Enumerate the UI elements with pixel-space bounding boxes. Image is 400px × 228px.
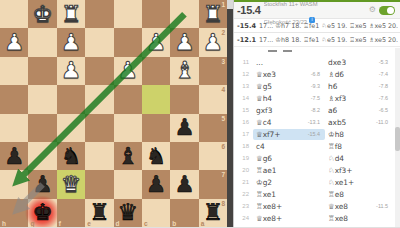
black-knight[interactable]: ♞: [142, 142, 170, 170]
black-move-17[interactable]: ♔h8: [325, 129, 393, 140]
move-list[interactable]: 11...dxe3-5.312♕xe3-6.8♗d6-7.413♕g5-9.3h…: [234, 56, 400, 227]
square-a5[interactable]: 5: [199, 114, 227, 142]
move-eval: -7.4: [379, 71, 388, 77]
move-row-14: 14♕h4-7.5♗xf3-7.6: [234, 92, 400, 104]
square-g2[interactable]: [28, 28, 56, 56]
square-c6[interactable]: ♞: [142, 142, 170, 170]
move-text: c4: [256, 142, 265, 151]
square-c5[interactable]: [142, 114, 170, 142]
black-knight[interactable]: ♞: [57, 142, 85, 170]
move-row-11: 11...dxe3-5.3: [234, 56, 400, 68]
move-number: 17: [234, 131, 253, 137]
square-f8[interactable]: f: [57, 199, 85, 227]
square-c4[interactable]: [142, 85, 170, 113]
move-text: ♕h4: [256, 94, 272, 103]
move-eval: -7.8: [379, 83, 388, 89]
square-h2[interactable]: ♟: [0, 28, 28, 56]
square-a7[interactable]: 7: [199, 170, 227, 198]
white-bishop[interactable]: ♝: [170, 57, 198, 85]
square-g7[interactable]: ♟: [28, 170, 56, 198]
square-b7[interactable]: ♟: [170, 170, 198, 198]
square-d5[interactable]: [114, 114, 142, 142]
square-g5[interactable]: [28, 114, 56, 142]
black-move-12[interactable]: ♗d6-7.4: [325, 69, 393, 80]
move-text: ♔g2: [256, 178, 272, 187]
square-f3[interactable]: ♟: [57, 57, 85, 85]
square-g6[interactable]: [28, 142, 56, 170]
move-text: ♖xe8+: [256, 202, 282, 211]
white-rook[interactable]: ♜: [199, 0, 227, 28]
move-text: dxe3: [328, 58, 346, 67]
white-move-16[interactable]: ♕c4-13.1: [253, 117, 325, 128]
square-a3[interactable]: 3: [199, 57, 227, 85]
square-e7[interactable]: [85, 170, 113, 198]
square-c1[interactable]: [142, 0, 170, 28]
move-text: ♘xe1+: [328, 178, 354, 187]
square-e4[interactable]: [85, 85, 113, 113]
analysis-app: ♚♜♜1♟♟♟♟♟2♟♟♝34♟5♟♞♝♞6♟♛♟♟7h♚gf♜e♛dcb♜8a…: [0, 0, 400, 227]
black-bishop[interactable]: ♝: [114, 142, 142, 170]
move-row-24: 24♕xe8+♖xe8: [234, 212, 400, 224]
square-d2[interactable]: [114, 28, 142, 56]
clipped-text-mark: [268, 50, 277, 52]
engine-name: Stockfish 11+ WASM: [264, 1, 318, 7]
move-row-18: 18c4♖f8: [234, 140, 400, 152]
engine-line-2-eval: -12.1: [237, 36, 256, 44]
move-text: ♕g5: [256, 82, 272, 91]
black-pawn[interactable]: ♟: [170, 170, 198, 198]
move-row-17: 17♕xf7+-15.4♔h8: [234, 128, 400, 140]
move-text: a6: [328, 106, 337, 115]
black-rook[interactable]: ♜: [199, 199, 227, 227]
white-move-20[interactable]: ♖ae1: [253, 165, 325, 176]
move-row-12: 12♕xe3-6.8♗d6-7.4: [234, 68, 400, 80]
black-move-21[interactable]: ♘xe1+: [325, 177, 393, 188]
move-row-16: 16♕c4-13.1axb5-11.0: [234, 116, 400, 128]
move-text: ♖f8: [328, 142, 342, 151]
move-row-20: 20♖ae1♘xf3+: [234, 164, 400, 176]
engine-panel: -15.4 Stockfish 11+ WASM Głębokość 23/23…: [233, 0, 400, 227]
square-e1[interactable]: [85, 0, 113, 28]
move-number: 22: [234, 191, 253, 197]
move-eval: -6.8: [311, 71, 320, 77]
black-move-22[interactable]: ♖e8: [325, 189, 393, 200]
black-move-15[interactable]: a6-6.5: [325, 105, 393, 116]
square-f2[interactable]: ♟: [57, 28, 85, 56]
white-move-22[interactable]: ♖xe1: [253, 189, 325, 200]
square-h6[interactable]: ♟: [0, 142, 28, 170]
move-text: ♗d6: [328, 70, 344, 79]
square-c8[interactable]: c: [142, 199, 170, 227]
engine-line-2[interactable]: -12.1 17... ♔h8 18. ♖fe1 ♘e5 19. ♖xe5 ♗x…: [234, 32, 400, 46]
move-text: ♘xf3+: [328, 166, 353, 175]
move-number: 11: [234, 59, 253, 65]
move-number: 14: [234, 95, 253, 101]
white-pawn[interactable]: ♟: [57, 57, 85, 85]
move-text: gxf3: [256, 106, 272, 115]
move-row-23: 23♖xe8+♕xe8-11.5: [234, 200, 400, 212]
square-e3[interactable]: [85, 57, 113, 85]
white-move-11[interactable]: ...: [253, 57, 325, 68]
square-e2[interactable]: [85, 28, 113, 56]
white-move-25[interactable]: ♔f2: [253, 225, 325, 228]
square-h4[interactable]: [0, 85, 28, 113]
square-c2[interactable]: ♟: [142, 28, 170, 56]
move-text: ♘d4: [328, 154, 344, 163]
file-label: f: [59, 220, 61, 227]
square-f5[interactable]: [57, 114, 85, 142]
rank-label: 6: [221, 143, 225, 150]
move-text: ♔h8: [328, 130, 344, 139]
square-f1[interactable]: ♜: [57, 0, 85, 28]
chess-board[interactable]: ♚♜♜1♟♟♟♟♟2♟♟♝34♟5♟♞♝♞6♟♛♟♟7h♚gf♜e♛dcb♜8a: [0, 0, 227, 227]
move-eval: -11.0: [376, 119, 388, 125]
square-b5[interactable]: ♟: [170, 114, 198, 142]
rank-label: 7: [221, 171, 225, 178]
move-eval: -5.3: [379, 59, 388, 65]
engine-toggle-switch[interactable]: [379, 6, 395, 15]
square-d4[interactable]: [114, 85, 142, 113]
square-b8[interactable]: b: [170, 199, 198, 227]
engine-line-1-moves: 17... ♔h7 18. ♖fe1 ♘e5 19. ♖xe5 ♗xe5 20.…: [259, 22, 400, 30]
white-move-18[interactable]: c4: [253, 141, 325, 152]
engine-header: -15.4 Stockfish 11+ WASM Głębokość 23/23…: [234, 2, 400, 18]
black-pawn[interactable]: ♟: [142, 170, 170, 198]
file-label: b: [172, 220, 176, 227]
move-eval: -11.5: [376, 203, 388, 209]
square-b6[interactable]: [170, 142, 198, 170]
square-c7[interactable]: ♟: [142, 170, 170, 198]
square-e5[interactable]: [85, 114, 113, 142]
move-row-19: 19♕g6♘d4: [234, 152, 400, 164]
square-a8[interactable]: ♜8a: [199, 199, 227, 227]
square-b1[interactable]: [170, 0, 198, 28]
move-text: h6: [328, 82, 337, 91]
square-a6[interactable]: 6: [199, 142, 227, 170]
square-a2[interactable]: ♟2: [199, 28, 227, 56]
move-text: ♕g6: [256, 154, 272, 163]
move-text: ♕xe3: [256, 70, 276, 79]
move-number: 24: [234, 215, 253, 221]
black-move-23[interactable]: ♕xe8-11.5: [325, 201, 393, 212]
black-pawn[interactable]: ♟: [170, 114, 198, 142]
square-h5[interactable]: [0, 114, 28, 142]
move-row-13: 13♕g5-9.3h6-7.8: [234, 80, 400, 92]
square-b4[interactable]: [170, 85, 198, 113]
move-row-22: 22♖xe1♖e8: [234, 188, 400, 200]
move-number: 19: [234, 155, 253, 161]
rank-label: 4: [221, 86, 225, 93]
white-queen[interactable]: ♛: [57, 170, 85, 198]
square-h1[interactable]: [0, 0, 28, 28]
square-b3[interactable]: ♝: [170, 57, 198, 85]
black-queen[interactable]: ♛: [114, 199, 142, 227]
move-number: 18: [234, 143, 253, 149]
move-number: 13: [234, 83, 253, 89]
square-d1[interactable]: [114, 0, 142, 28]
black-pawn[interactable]: ♟: [28, 170, 56, 198]
move-eval: -9.3: [311, 83, 320, 89]
black-move-14[interactable]: ♗xf3-7.6: [325, 93, 393, 104]
black-move-11[interactable]: dxe3-5.3: [325, 57, 393, 68]
file-label: h: [2, 220, 6, 227]
black-pawn[interactable]: ♟: [0, 142, 28, 170]
black-rook[interactable]: ♜: [85, 199, 113, 227]
square-h3[interactable]: [0, 57, 28, 85]
black-move-16[interactable]: axb5-11.0: [325, 117, 393, 128]
move-eval: -15.4: [308, 131, 320, 137]
rank-label: 3: [221, 58, 225, 65]
move-eval: -13.1: [308, 119, 320, 125]
move-text: ♖xe1: [256, 190, 276, 199]
white-move-13[interactable]: ♕g5-9.3: [253, 81, 325, 92]
move-text: ♕xe8+: [256, 214, 282, 223]
engine-line-2-moves: 17... ♔h8 18. ♖fe1 ♘e5 19. ♖xe5 ♗xe5 20.…: [259, 36, 400, 44]
square-d6[interactable]: ♝: [114, 142, 142, 170]
square-d3[interactable]: ♟: [114, 57, 142, 85]
white-move-14[interactable]: ♕h4-7.5: [253, 93, 325, 104]
move-text: ♕c4: [256, 118, 271, 127]
move-text: ♖e2: [328, 226, 344, 228]
move-number: 20: [234, 167, 253, 173]
white-move-15[interactable]: gxf3-8.2: [253, 105, 325, 116]
move-text: ...: [256, 58, 263, 67]
white-move-21[interactable]: ♔g2: [253, 177, 325, 188]
square-c3[interactable]: [142, 57, 170, 85]
square-d7[interactable]: [114, 170, 142, 198]
square-g1[interactable]: ♚: [28, 0, 56, 28]
rank-label: 5: [221, 115, 225, 122]
clipped-text-mark: [283, 50, 292, 52]
square-g8[interactable]: ♚g: [28, 199, 56, 227]
white-rook[interactable]: ♜: [57, 0, 85, 28]
square-f6[interactable]: ♞: [57, 142, 85, 170]
move-row-25: 25♔f2♖e2: [234, 224, 400, 227]
move-text: ♖e8: [328, 190, 344, 199]
square-f4[interactable]: [57, 85, 85, 113]
square-f7[interactable]: ♛: [57, 170, 85, 198]
evaluation-value: -15.4: [237, 4, 261, 16]
move-text: ♕xe8: [328, 202, 348, 211]
file-label: c: [144, 220, 148, 227]
square-a1[interactable]: ♜1: [199, 0, 227, 28]
move-number: 15: [234, 107, 253, 113]
square-e8[interactable]: ♜e: [85, 199, 113, 227]
move-number: 21: [234, 179, 253, 185]
black-king[interactable]: ♚: [28, 199, 56, 227]
white-move-19[interactable]: ♕g6: [253, 153, 325, 164]
white-move-12[interactable]: ♕xe3-6.8: [253, 69, 325, 80]
black-move-19[interactable]: ♘d4: [325, 153, 393, 164]
square-e6[interactable]: [85, 142, 113, 170]
move-row-21: 21♔g2♘xe1+: [234, 176, 400, 188]
square-h8[interactable]: h: [0, 199, 28, 227]
move-eval: -6.5: [379, 107, 388, 113]
square-d8[interactable]: ♛d: [114, 199, 142, 227]
move-eval: -7.6: [379, 95, 388, 101]
move-eval: -7.5: [311, 95, 320, 101]
square-g3[interactable]: [28, 57, 56, 85]
move-row-15: 15gxf3-8.2a6-6.5: [234, 104, 400, 116]
square-g4[interactable]: [28, 85, 56, 113]
engine-line-1-eval: -15.4: [237, 22, 256, 30]
move-text: ♕xf7+: [256, 130, 281, 139]
square-b2[interactable]: ♟: [170, 28, 198, 56]
move-text: axb5: [328, 118, 346, 127]
white-move-24[interactable]: ♕xe8+: [253, 213, 325, 224]
white-move-23[interactable]: ♖xe8+: [253, 201, 325, 212]
black-move-13[interactable]: h6-7.8: [325, 81, 393, 92]
white-pawn[interactable]: ♟: [170, 28, 198, 56]
move-text: ♖ae1: [256, 166, 276, 175]
move-text: ♔f2: [256, 226, 270, 228]
move-number: 16: [234, 119, 253, 125]
gear-icon[interactable]: ⚙: [369, 6, 376, 14]
move-text: ♗xf3: [328, 94, 346, 103]
move-number: 23: [234, 203, 253, 209]
black-move-18[interactable]: ♖f8: [325, 141, 393, 152]
black-move-20[interactable]: ♘xf3+: [325, 165, 393, 176]
black-move-24[interactable]: ♖xe8: [325, 213, 393, 224]
square-a4[interactable]: 4: [199, 85, 227, 113]
move-number: 12: [234, 71, 253, 77]
move-text: ♖xe8: [328, 214, 348, 223]
white-pawn[interactable]: ♟: [0, 28, 28, 56]
white-king[interactable]: ♚: [28, 0, 56, 28]
white-pawn[interactable]: ♟: [199, 28, 227, 56]
black-move-25[interactable]: ♖e2: [325, 225, 393, 228]
scrollbar-thumb[interactable]: [395, 127, 400, 151]
move-eval: -8.2: [311, 107, 320, 113]
white-pawn[interactable]: ♟: [142, 28, 170, 56]
white-pawn[interactable]: ♟: [114, 57, 142, 85]
white-pawn[interactable]: ♟: [57, 28, 85, 56]
white-move-17[interactable]: ♕xf7+-15.4: [253, 129, 325, 140]
square-h7[interactable]: [0, 170, 28, 198]
